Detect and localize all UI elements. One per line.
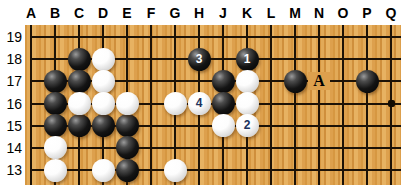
column-label-G: G (163, 3, 187, 23)
grid-line-vertical (366, 25, 368, 185)
grid-line-vertical (270, 25, 272, 185)
grid-line-vertical (150, 25, 152, 185)
stone-black-C18[interactable] (68, 48, 91, 71)
column-label-A: A (19, 3, 43, 23)
stone-white-K17[interactable] (236, 70, 259, 93)
row-label-16: 16 (0, 95, 22, 113)
stone-black-E13[interactable] (116, 159, 139, 182)
column-label-O: O (331, 3, 355, 23)
stone-black-D15[interactable] (92, 114, 115, 137)
move-number-label: 1 (244, 52, 251, 66)
grid-line-horizontal (30, 36, 401, 38)
stone-white-C16[interactable] (68, 92, 91, 115)
row-label-13: 13 (0, 161, 22, 179)
grid-line-horizontal (30, 147, 401, 149)
go-diagram: ABCDEFGHJKLMNOPQ 19181716151413 3142A (0, 0, 401, 185)
stone-black-J17[interactable] (212, 70, 235, 93)
stone-black-B15[interactable] (44, 114, 67, 137)
row-label-15: 15 (0, 117, 22, 135)
go-board[interactable]: 3142A (25, 25, 401, 185)
stone-black-B17[interactable] (44, 70, 67, 93)
grid-line-horizontal (30, 169, 401, 171)
column-label-M: M (283, 3, 307, 23)
grid-line-vertical (30, 25, 32, 185)
stone-black-K18[interactable]: 1 (236, 48, 259, 71)
column-label-P: P (355, 3, 379, 23)
column-label-Q: Q (379, 3, 401, 23)
stone-white-D18[interactable] (92, 48, 115, 71)
stone-black-C17[interactable] (68, 70, 91, 93)
stone-white-B14[interactable] (44, 136, 67, 159)
column-label-C: C (67, 3, 91, 23)
stone-black-E14[interactable] (116, 136, 139, 159)
stone-white-D13[interactable] (92, 159, 115, 182)
grid-line-vertical (318, 25, 320, 185)
stone-black-E15[interactable] (116, 114, 139, 137)
stone-white-H16[interactable]: 4 (188, 92, 211, 115)
stone-white-K16[interactable] (236, 92, 259, 115)
stone-white-G13[interactable] (164, 159, 187, 182)
row-label-14: 14 (0, 139, 22, 157)
stone-black-M17[interactable] (284, 70, 307, 93)
row-label-18: 18 (0, 50, 22, 68)
stone-black-C15[interactable] (68, 114, 91, 137)
column-label-D: D (91, 3, 115, 23)
move-number-label: 2 (244, 118, 251, 132)
stone-black-P17[interactable] (356, 70, 379, 93)
column-label-F: F (139, 3, 163, 23)
grid-line-vertical (342, 25, 344, 185)
stone-white-B13[interactable] (44, 159, 67, 182)
row-label-19: 19 (0, 28, 22, 46)
column-label-N: N (307, 3, 331, 23)
grid-line-vertical (294, 25, 296, 185)
move-number-label: 3 (196, 52, 203, 66)
stone-white-D17[interactable] (92, 70, 115, 93)
stone-black-B16[interactable] (44, 92, 67, 115)
stone-black-J16[interactable] (212, 92, 235, 115)
column-label-J: J (211, 3, 235, 23)
stone-white-D16[interactable] (92, 92, 115, 115)
column-label-B: B (43, 3, 67, 23)
star-point (388, 100, 395, 107)
row-label-17: 17 (0, 72, 22, 90)
stone-white-G16[interactable] (164, 92, 187, 115)
move-number-label: 4 (196, 96, 203, 110)
stone-black-H18[interactable]: 3 (188, 48, 211, 71)
annotation-point-A[interactable]: A (308, 72, 330, 90)
column-label-H: H (187, 3, 211, 23)
column-label-K: K (235, 3, 259, 23)
column-label-E: E (115, 3, 139, 23)
stone-white-J15[interactable] (212, 114, 235, 137)
stone-white-E16[interactable] (116, 92, 139, 115)
column-label-L: L (259, 3, 283, 23)
stone-white-K15[interactable]: 2 (236, 114, 259, 137)
